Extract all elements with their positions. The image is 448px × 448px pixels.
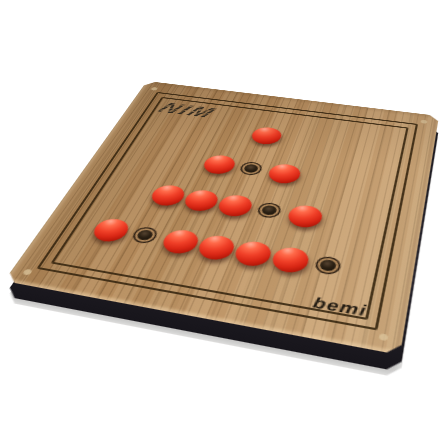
hole-recess xyxy=(260,205,278,216)
hole-recess xyxy=(243,163,260,173)
corner-screw-mark xyxy=(150,87,158,91)
corner-screw-mark xyxy=(379,333,389,341)
corner-screw-mark xyxy=(22,269,33,276)
hole-recess xyxy=(135,229,154,241)
red-peg-glyph: ● xyxy=(246,122,286,147)
red-peg[interactable]: ● xyxy=(243,118,288,153)
nim-board-product-photo: NIM bemi ●●●●●●●●●●●● xyxy=(0,0,448,448)
corner-screw-mark xyxy=(420,120,427,124)
hole-recess xyxy=(319,259,337,272)
